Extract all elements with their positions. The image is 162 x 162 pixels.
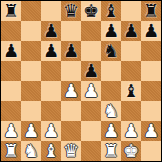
piece-white-knight[interactable]: ♞ [23,141,39,161]
square-b7[interactable] [21,21,41,41]
square-h7[interactable]: ♟ [141,21,161,41]
piece-white-rook[interactable]: ♜ [103,141,119,161]
piece-white-bishop[interactable]: ♝ [43,141,59,161]
square-e6[interactable] [81,41,101,61]
square-a4[interactable] [1,81,21,101]
square-d5[interactable] [61,61,81,81]
piece-black-knight[interactable]: ♞ [103,41,119,61]
square-f4[interactable] [101,81,121,101]
piece-black-pawn[interactable]: ♟ [103,21,119,41]
piece-black-pawn[interactable]: ♟ [143,21,159,41]
square-f3[interactable]: ♞ [101,101,121,121]
square-c3[interactable] [41,101,61,121]
piece-white-pawn[interactable]: ♟ [123,121,139,141]
square-e7[interactable] [81,21,101,41]
piece-black-pawn[interactable]: ♟ [43,41,59,61]
piece-white-pawn[interactable]: ♟ [23,121,39,141]
square-d1[interactable]: ♛ [61,141,81,161]
piece-black-bishop[interactable]: ♝ [123,81,139,101]
square-h8[interactable]: ♜ [141,1,161,21]
square-g5[interactable] [121,61,141,81]
square-c6[interactable]: ♟ [41,41,61,61]
square-d8[interactable]: ♛ [61,1,81,21]
square-f7[interactable]: ♟ [101,21,121,41]
square-e8[interactable]: ♚ [81,1,101,21]
square-f5[interactable] [101,61,121,81]
piece-black-pawn[interactable]: ♟ [63,41,79,61]
piece-black-king[interactable]: ♚ [83,1,99,21]
square-h5[interactable] [141,61,161,81]
piece-black-rook[interactable]: ♜ [143,1,159,21]
piece-white-pawn[interactable]: ♟ [83,81,99,101]
square-b5[interactable] [21,61,41,81]
square-f1[interactable]: ♜ [101,141,121,161]
square-h3[interactable] [141,101,161,121]
square-f2[interactable]: ♟ [101,121,121,141]
piece-white-knight[interactable]: ♞ [103,101,119,121]
chess-board: ♜♛♚♝♜♟♟♟♟♟♟♟♞♟♟♟♝♞♟♟♟♟♟♟♜♞♝♛♜♚ [0,0,162,162]
piece-white-pawn[interactable]: ♟ [3,121,19,141]
square-b3[interactable] [21,101,41,121]
square-b2[interactable]: ♟ [21,121,41,141]
piece-white-pawn[interactable]: ♟ [63,81,79,101]
square-c1[interactable]: ♝ [41,141,61,161]
square-g6[interactable] [121,41,141,61]
square-h2[interactable]: ♟ [141,121,161,141]
square-b1[interactable]: ♞ [21,141,41,161]
square-e5[interactable]: ♟ [81,61,101,81]
square-c2[interactable]: ♟ [41,121,61,141]
square-a3[interactable] [1,101,21,121]
piece-black-pawn[interactable]: ♟ [43,21,59,41]
square-g2[interactable]: ♟ [121,121,141,141]
square-h1[interactable] [141,141,161,161]
square-c4[interactable] [41,81,61,101]
piece-white-rook[interactable]: ♜ [3,141,19,161]
square-d7[interactable] [61,21,81,41]
piece-black-rook[interactable]: ♜ [3,1,19,21]
square-e3[interactable] [81,101,101,121]
square-c8[interactable] [41,1,61,21]
piece-white-pawn[interactable]: ♟ [143,121,159,141]
square-c7[interactable]: ♟ [41,21,61,41]
square-d2[interactable] [61,121,81,141]
square-d3[interactable] [61,101,81,121]
square-a7[interactable] [1,21,21,41]
piece-white-pawn[interactable]: ♟ [43,121,59,141]
square-d6[interactable]: ♟ [61,41,81,61]
square-a2[interactable]: ♟ [1,121,21,141]
square-c5[interactable] [41,61,61,81]
square-f8[interactable]: ♝ [101,1,121,21]
square-b6[interactable] [21,41,41,61]
square-f6[interactable]: ♞ [101,41,121,61]
piece-black-pawn[interactable]: ♟ [3,41,19,61]
square-e4[interactable]: ♟ [81,81,101,101]
square-d4[interactable]: ♟ [61,81,81,101]
piece-black-bishop[interactable]: ♝ [103,1,119,21]
square-e2[interactable] [81,121,101,141]
piece-black-pawn[interactable]: ♟ [123,21,139,41]
piece-white-pawn[interactable]: ♟ [103,121,119,141]
piece-white-queen[interactable]: ♛ [63,141,79,161]
square-a5[interactable] [1,61,21,81]
piece-black-queen[interactable]: ♛ [63,1,79,21]
square-b8[interactable] [21,1,41,21]
square-g4[interactable]: ♝ [121,81,141,101]
square-h6[interactable] [141,41,161,61]
square-a6[interactable]: ♟ [1,41,21,61]
square-h4[interactable] [141,81,161,101]
square-a1[interactable]: ♜ [1,141,21,161]
piece-black-pawn[interactable]: ♟ [83,61,99,81]
square-g8[interactable] [121,1,141,21]
square-g1[interactable]: ♚ [121,141,141,161]
square-g3[interactable] [121,101,141,121]
square-g7[interactable]: ♟ [121,21,141,41]
square-a8[interactable]: ♜ [1,1,21,21]
square-e1[interactable] [81,141,101,161]
piece-white-king[interactable]: ♚ [123,141,139,161]
square-b4[interactable] [21,81,41,101]
